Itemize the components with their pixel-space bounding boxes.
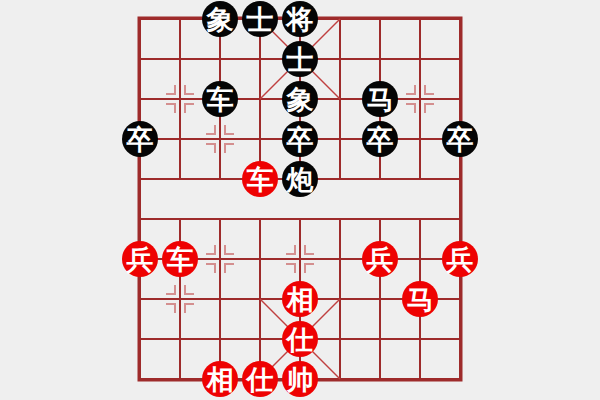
piece-black-horse[interactable]: 马 <box>362 81 398 117</box>
piece-black-general[interactable]: 将 <box>282 1 318 37</box>
piece-red-soldier[interactable]: 兵 <box>442 241 478 277</box>
piece-red-horse[interactable]: 马 <box>402 281 438 317</box>
piece-black-advisor[interactable]: 士 <box>282 41 318 77</box>
piece-red-elephant[interactable]: 相 <box>202 361 238 397</box>
piece-red-chariot[interactable]: 车 <box>162 241 198 277</box>
piece-black-soldier[interactable]: 卒 <box>442 121 478 157</box>
piece-black-chariot[interactable]: 车 <box>202 81 238 117</box>
piece-red-advisor[interactable]: 仕 <box>242 361 278 397</box>
xiangqi-app-window: 象士将士车象马卒卒卒卒车炮兵车兵兵相马仕相仕帅 <box>0 0 600 400</box>
piece-red-soldier[interactable]: 兵 <box>362 241 398 277</box>
piece-red-soldier[interactable]: 兵 <box>122 241 158 277</box>
piece-black-soldier[interactable]: 卒 <box>122 121 158 157</box>
piece-red-elephant[interactable]: 相 <box>282 281 318 317</box>
piece-black-elephant[interactable]: 象 <box>202 1 238 37</box>
piece-black-soldier[interactable]: 卒 <box>282 121 318 157</box>
piece-red-advisor[interactable]: 仕 <box>282 321 318 357</box>
piece-black-soldier[interactable]: 卒 <box>362 121 398 157</box>
piece-red-general[interactable]: 帅 <box>282 361 318 397</box>
piece-red-chariot[interactable]: 车 <box>242 161 278 197</box>
piece-black-elephant[interactable]: 象 <box>282 81 318 117</box>
piece-black-advisor[interactable]: 士 <box>242 1 278 37</box>
xiangqi-board[interactable]: 象士将士车象马卒卒卒卒车炮兵车兵兵相马仕相仕帅 <box>120 0 480 399</box>
piece-black-cannon[interactable]: 炮 <box>282 161 318 197</box>
